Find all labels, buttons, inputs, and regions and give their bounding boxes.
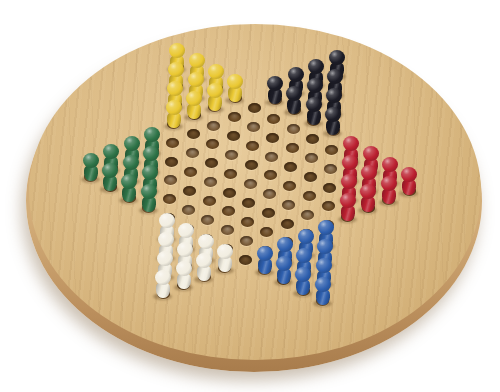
peg-red[interactable] — [399, 167, 419, 196]
peg-yellow[interactable] — [225, 74, 245, 103]
peg-red[interactable] — [358, 184, 378, 213]
board-hole[interactable] — [184, 167, 197, 177]
board-hole[interactable] — [164, 175, 177, 185]
board-hole[interactable] — [263, 189, 276, 199]
peg-blue[interactable] — [274, 256, 294, 285]
peg-yellow[interactable] — [184, 91, 204, 120]
peg-head — [298, 229, 314, 244]
peg-head — [342, 155, 358, 170]
board-hole[interactable] — [228, 112, 241, 122]
board-hole[interactable] — [283, 181, 296, 191]
board-hole[interactable] — [284, 162, 297, 172]
peg-head — [318, 220, 334, 235]
board-hole[interactable] — [227, 131, 240, 141]
peg-head — [166, 100, 182, 115]
board-hole[interactable] — [305, 153, 318, 163]
peg-head — [327, 69, 343, 84]
peg-head — [307, 78, 323, 93]
peg-head — [157, 251, 173, 266]
board-hole[interactable] — [163, 194, 176, 204]
peg-head — [340, 193, 356, 208]
peg-head — [83, 153, 99, 168]
peg-head — [186, 91, 202, 106]
peg-head — [306, 97, 322, 112]
board-hole[interactable] — [286, 143, 299, 153]
peg-head — [167, 81, 183, 96]
board-hole[interactable] — [262, 208, 275, 218]
peg-blue[interactable] — [293, 267, 313, 296]
board-hole[interactable] — [207, 121, 220, 131]
board-hole[interactable] — [241, 217, 254, 227]
peg-head — [267, 76, 283, 91]
product-photo-scene — [0, 0, 500, 392]
peg-head — [257, 246, 273, 261]
peg-head — [188, 72, 204, 87]
board-hole[interactable] — [206, 139, 219, 149]
peg-black[interactable] — [265, 76, 285, 105]
peg-head — [315, 277, 331, 292]
board-hole[interactable] — [324, 164, 337, 174]
board-hole[interactable] — [244, 179, 257, 189]
peg-red[interactable] — [338, 193, 358, 222]
peg-black[interactable] — [304, 97, 324, 126]
board-hole[interactable] — [260, 227, 273, 237]
peg-head — [198, 234, 214, 249]
board-hole[interactable] — [224, 169, 237, 179]
board-hole[interactable] — [240, 236, 253, 246]
board-hole[interactable] — [183, 186, 196, 196]
peg-white[interactable] — [174, 261, 194, 290]
peg-head — [288, 67, 304, 82]
peg-head — [363, 146, 379, 161]
peg-head — [142, 165, 158, 180]
board-hole[interactable] — [223, 188, 236, 198]
board-hole[interactable] — [242, 198, 255, 208]
board-hole[interactable] — [265, 152, 278, 162]
peg-head — [121, 174, 137, 189]
peg-head — [308, 59, 324, 74]
peg-head — [217, 244, 233, 259]
peg-red[interactable] — [379, 176, 399, 205]
peg-head — [381, 176, 397, 191]
board-hole[interactable] — [303, 191, 316, 201]
board-hole[interactable] — [301, 210, 314, 220]
peg-head — [317, 239, 333, 254]
board-hole[interactable] — [165, 157, 178, 167]
peg-head — [343, 136, 359, 151]
board-hole[interactable] — [222, 206, 235, 216]
peg-white[interactable] — [153, 270, 173, 299]
peg-black[interactable] — [323, 107, 343, 136]
peg-head — [168, 62, 184, 77]
board-hole[interactable] — [325, 145, 338, 155]
peg-head — [329, 50, 345, 65]
peg-white[interactable] — [215, 244, 235, 273]
board-hole[interactable] — [281, 219, 294, 229]
board-hole[interactable] — [187, 129, 200, 139]
peg-head — [103, 144, 119, 159]
board-hole[interactable] — [204, 177, 217, 187]
board-hole[interactable] — [322, 201, 335, 211]
peg-head — [325, 107, 341, 122]
board-hole[interactable] — [282, 200, 295, 210]
board-hole[interactable] — [166, 138, 179, 148]
peg-head — [382, 157, 398, 172]
peg-head — [123, 155, 139, 170]
peg-head — [196, 253, 212, 268]
peg-blue[interactable] — [313, 277, 333, 306]
peg-head — [286, 86, 302, 101]
peg-head — [207, 83, 223, 98]
peg-head — [169, 43, 185, 58]
peg-green[interactable] — [100, 163, 120, 192]
board-hole[interactable] — [239, 255, 252, 265]
peg-head — [326, 88, 342, 103]
board-hole[interactable] — [248, 103, 261, 113]
peg-head — [158, 232, 174, 247]
peg-head — [296, 248, 312, 263]
peg-head — [360, 184, 376, 199]
board-hole[interactable] — [306, 134, 319, 144]
peg-yellow[interactable] — [205, 83, 225, 112]
peg-head — [401, 167, 417, 182]
peg-head — [155, 270, 171, 285]
peg-blue[interactable] — [255, 246, 275, 275]
board-hole[interactable] — [287, 124, 300, 134]
board-hole[interactable] — [182, 205, 195, 215]
board-hole[interactable] — [203, 196, 216, 206]
peg-black[interactable] — [284, 86, 304, 115]
peg-head — [176, 261, 192, 276]
peg-green[interactable] — [119, 174, 139, 203]
board-hole[interactable] — [225, 150, 238, 160]
peg-white[interactable] — [194, 253, 214, 282]
peg-yellow[interactable] — [164, 100, 184, 129]
board-hole[interactable] — [267, 114, 280, 124]
peg-field — [0, 0, 500, 392]
peg-green[interactable] — [139, 184, 159, 213]
board-hole[interactable] — [323, 183, 336, 193]
board-hole[interactable] — [304, 172, 317, 182]
peg-head — [208, 64, 224, 79]
peg-green[interactable] — [81, 153, 101, 182]
board-hole[interactable] — [201, 215, 214, 225]
board-hole[interactable] — [247, 122, 260, 132]
peg-head — [144, 127, 160, 142]
board-hole[interactable] — [264, 170, 277, 180]
peg-head — [143, 146, 159, 161]
peg-head — [295, 267, 311, 282]
peg-head — [316, 258, 332, 273]
peg-head — [361, 165, 377, 180]
peg-head — [124, 136, 140, 151]
board-hole[interactable] — [246, 141, 259, 151]
peg-head — [141, 184, 157, 199]
board-hole[interactable] — [221, 225, 234, 235]
board-hole[interactable] — [186, 148, 199, 158]
peg-head — [341, 174, 357, 189]
peg-head — [159, 213, 175, 228]
board-hole[interactable] — [245, 160, 258, 170]
board-hole[interactable] — [266, 133, 279, 143]
board-hole[interactable] — [205, 158, 218, 168]
peg-head — [227, 74, 243, 89]
